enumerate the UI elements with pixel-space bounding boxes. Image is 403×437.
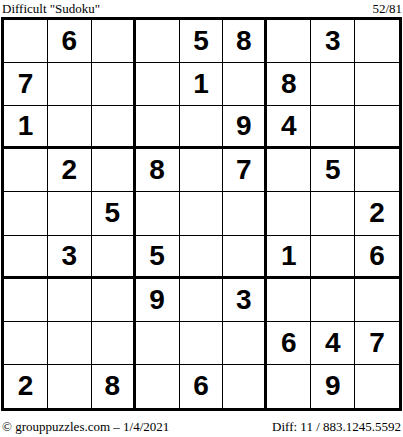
cell-r7c2-empty[interactable]	[48, 279, 92, 322]
cell-r5c8-empty[interactable]	[311, 192, 355, 235]
header: Difficult "Sudoku" 52/81	[0, 0, 403, 17]
cell-r8c5-empty[interactable]	[180, 322, 224, 365]
cell-r6c5-empty[interactable]	[180, 236, 224, 279]
cell-r2c2-empty[interactable]	[48, 63, 92, 106]
cell-r5c2-empty[interactable]	[48, 192, 92, 235]
cell-r3c2-empty[interactable]	[48, 106, 92, 149]
cell-r5c6-empty[interactable]	[223, 192, 267, 235]
cell-r3c9-empty[interactable]	[355, 106, 399, 149]
cell-r2c5-given: 1	[180, 63, 224, 106]
empty-cell-counter: 52/81	[372, 2, 402, 16]
cell-r9c9-empty[interactable]	[355, 365, 399, 408]
cell-r9c6-empty[interactable]	[223, 365, 267, 408]
cell-r4c9-empty[interactable]	[355, 149, 399, 192]
cell-r4c2-given: 2	[48, 149, 92, 192]
cell-r1c1-empty[interactable]	[4, 20, 48, 63]
cell-r4c1-empty[interactable]	[4, 149, 48, 192]
cell-r8c7-given: 6	[267, 322, 311, 365]
cell-r8c8-given: 4	[311, 322, 355, 365]
cell-r5c7-empty[interactable]	[267, 192, 311, 235]
cell-r6c2-given: 3	[48, 236, 92, 279]
cell-r6c4-given: 5	[136, 236, 180, 279]
cell-r8c9-given: 7	[355, 322, 399, 365]
cell-r8c1-empty[interactable]	[4, 322, 48, 365]
cell-r5c9-given: 2	[355, 192, 399, 235]
cell-r2c7-given: 8	[267, 63, 311, 106]
cell-r7c5-empty[interactable]	[180, 279, 224, 322]
cell-r9c4-empty[interactable]	[136, 365, 180, 408]
cell-r6c7-given: 1	[267, 236, 311, 279]
cell-r9c1-given: 2	[4, 365, 48, 408]
cell-r4c8-given: 5	[311, 149, 355, 192]
cell-r7c4-given: 9	[136, 279, 180, 322]
cell-r9c7-empty[interactable]	[267, 365, 311, 408]
footer: © grouppuzzles.com – 1/4/2021 Diff: 11 /…	[0, 419, 403, 434]
cell-r1c3-empty[interactable]	[92, 20, 136, 63]
cell-r1c5-given: 5	[180, 20, 224, 63]
cell-r8c6-empty[interactable]	[223, 322, 267, 365]
cell-r1c9-empty[interactable]	[355, 20, 399, 63]
copyright-text: © grouppuzzles.com – 1/4/2021	[2, 419, 169, 434]
cell-r5c5-empty[interactable]	[180, 192, 224, 235]
cell-r8c4-empty[interactable]	[136, 322, 180, 365]
cell-r6c3-empty[interactable]	[92, 236, 136, 279]
cell-r6c8-empty[interactable]	[311, 236, 355, 279]
cell-r4c6-given: 7	[223, 149, 267, 192]
page-title: Difficult "Sudoku"	[2, 2, 100, 16]
cell-r3c6-given: 9	[223, 106, 267, 149]
cell-r2c6-empty[interactable]	[223, 63, 267, 106]
cell-r1c6-given: 8	[223, 20, 267, 63]
cell-r9c2-empty[interactable]	[48, 365, 92, 408]
cell-r2c8-empty[interactable]	[311, 63, 355, 106]
cell-r2c9-empty[interactable]	[355, 63, 399, 106]
sudoku-page: Difficult "Sudoku" 52/81 658371819428755…	[0, 0, 403, 437]
cell-r2c3-empty[interactable]	[92, 63, 136, 106]
cell-r1c8-given: 3	[311, 20, 355, 63]
cell-r3c8-empty[interactable]	[311, 106, 355, 149]
cell-r7c3-empty[interactable]	[92, 279, 136, 322]
cell-r3c1-given: 1	[4, 106, 48, 149]
cell-r6c6-empty[interactable]	[223, 236, 267, 279]
cell-r2c1-given: 7	[4, 63, 48, 106]
cell-r9c5-given: 6	[180, 365, 224, 408]
cell-r6c9-given: 6	[355, 236, 399, 279]
cell-r9c3-given: 8	[92, 365, 136, 408]
cell-r2c4-empty[interactable]	[136, 63, 180, 106]
sudoku-board: 65837181942875523516936472869	[1, 17, 402, 411]
cell-r1c2-given: 6	[48, 20, 92, 63]
cell-r9c8-given: 9	[311, 365, 355, 408]
cell-r1c7-empty[interactable]	[267, 20, 311, 63]
cell-r1c4-empty[interactable]	[136, 20, 180, 63]
cell-r8c2-empty[interactable]	[48, 322, 92, 365]
cell-r6c1-empty[interactable]	[4, 236, 48, 279]
cell-r7c6-given: 3	[223, 279, 267, 322]
cell-r5c3-given: 5	[92, 192, 136, 235]
cell-r4c7-empty[interactable]	[267, 149, 311, 192]
difficulty-text: Diff: 11 / 883.1245.5592	[272, 419, 401, 434]
cell-r7c9-empty[interactable]	[355, 279, 399, 322]
cell-r3c5-empty[interactable]	[180, 106, 224, 149]
cell-r3c7-given: 4	[267, 106, 311, 149]
cell-r7c1-empty[interactable]	[4, 279, 48, 322]
cell-r4c5-empty[interactable]	[180, 149, 224, 192]
cell-r8c3-empty[interactable]	[92, 322, 136, 365]
cell-r7c7-empty[interactable]	[267, 279, 311, 322]
cell-r4c3-empty[interactable]	[92, 149, 136, 192]
cell-r5c1-empty[interactable]	[4, 192, 48, 235]
cell-r3c3-empty[interactable]	[92, 106, 136, 149]
cell-r5c4-empty[interactable]	[136, 192, 180, 235]
cell-r7c8-empty[interactable]	[311, 279, 355, 322]
cell-r3c4-empty[interactable]	[136, 106, 180, 149]
cell-r4c4-given: 8	[136, 149, 180, 192]
